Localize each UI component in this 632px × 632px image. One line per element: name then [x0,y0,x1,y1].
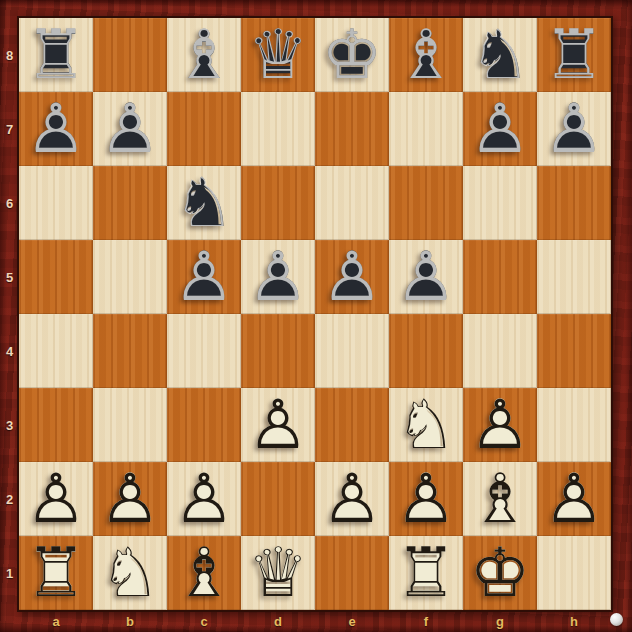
black-pawn[interactable]: ♟♙ [93,92,167,166]
square-f4[interactable] [389,314,463,388]
white-pawn[interactable]: ♟♙ [463,388,537,462]
square-b3[interactable] [93,388,167,462]
black-pawn[interactable]: ♟♙ [241,240,315,314]
square-e5[interactable]: ♟♙ [315,240,389,314]
square-c7[interactable] [167,92,241,166]
file-label-g: g [463,611,537,632]
chess-board: ♜♖♝♗♛♕♚♔♝♗♞♘♜♖♟♙♟♙♟♙♟♙♞♘♟♙♟♙♟♙♟♙♟♙♞♘♟♙♟♙… [19,18,611,610]
file-labels: abcdefgh [19,611,611,632]
white-pawn[interactable]: ♟♙ [315,462,389,536]
square-b7[interactable]: ♟♙ [93,92,167,166]
white-pawn[interactable]: ♟♙ [167,462,241,536]
square-d1[interactable]: ♛♕ [241,536,315,610]
square-e6[interactable] [315,166,389,240]
square-c8[interactable]: ♝♗ [167,18,241,92]
square-g5[interactable] [463,240,537,314]
square-f3[interactable]: ♞♘ [389,388,463,462]
black-pawn[interactable]: ♟♙ [167,240,241,314]
square-h5[interactable] [537,240,611,314]
square-h2[interactable]: ♟♙ [537,462,611,536]
square-d7[interactable] [241,92,315,166]
square-f6[interactable] [389,166,463,240]
rank-label-7: 7 [0,92,19,166]
white-queen[interactable]: ♛♕ [241,536,315,610]
square-c6[interactable]: ♞♘ [167,166,241,240]
square-f5[interactable]: ♟♙ [389,240,463,314]
square-b6[interactable] [93,166,167,240]
square-g2[interactable]: ♝♗ [463,462,537,536]
white-knight[interactable]: ♞♘ [93,536,167,610]
square-g6[interactable] [463,166,537,240]
white-pawn[interactable]: ♟♙ [241,388,315,462]
square-b5[interactable] [93,240,167,314]
square-b8[interactable] [93,18,167,92]
square-e3[interactable] [315,388,389,462]
black-pawn[interactable]: ♟♙ [537,92,611,166]
white-rook[interactable]: ♜♖ [19,536,93,610]
square-c2[interactable]: ♟♙ [167,462,241,536]
rank-label-1: 1 [0,536,19,610]
black-bishop[interactable]: ♝♗ [167,18,241,92]
square-f1[interactable]: ♜♖ [389,536,463,610]
black-rook[interactable]: ♜♖ [537,18,611,92]
white-to-move-indicator [610,613,623,626]
black-knight[interactable]: ♞♘ [167,166,241,240]
square-g8[interactable]: ♞♘ [463,18,537,92]
square-c5[interactable]: ♟♙ [167,240,241,314]
rank-label-8: 8 [0,18,19,92]
square-d5[interactable]: ♟♙ [241,240,315,314]
file-label-b: b [93,611,167,632]
square-d3[interactable]: ♟♙ [241,388,315,462]
square-h1[interactable] [537,536,611,610]
square-e2[interactable]: ♟♙ [315,462,389,536]
black-pawn[interactable]: ♟♙ [19,92,93,166]
square-f8[interactable]: ♝♗ [389,18,463,92]
square-g1[interactable]: ♚♔ [463,536,537,610]
white-pawn[interactable]: ♟♙ [93,462,167,536]
white-bishop[interactable]: ♝♗ [167,536,241,610]
square-a8[interactable]: ♜♖ [19,18,93,92]
black-knight[interactable]: ♞♘ [463,18,537,92]
black-pawn[interactable]: ♟♙ [315,240,389,314]
square-g7[interactable]: ♟♙ [463,92,537,166]
white-knight[interactable]: ♞♘ [389,388,463,462]
square-c4[interactable] [167,314,241,388]
white-bishop[interactable]: ♝♗ [463,462,537,536]
square-h6[interactable] [537,166,611,240]
square-d4[interactable] [241,314,315,388]
square-h8[interactable]: ♜♖ [537,18,611,92]
black-rook[interactable]: ♜♖ [19,18,93,92]
file-label-f: f [389,611,463,632]
file-label-e: e [315,611,389,632]
rank-label-5: 5 [0,240,19,314]
black-queen[interactable]: ♛♕ [241,18,315,92]
rank-label-3: 3 [0,388,19,462]
square-h4[interactable] [537,314,611,388]
square-b2[interactable]: ♟♙ [93,462,167,536]
white-pawn[interactable]: ♟♙ [389,462,463,536]
rank-labels: 87654321 [0,18,19,610]
square-f2[interactable]: ♟♙ [389,462,463,536]
square-d6[interactable] [241,166,315,240]
black-bishop[interactable]: ♝♗ [389,18,463,92]
square-e8[interactable]: ♚♔ [315,18,389,92]
square-h7[interactable]: ♟♙ [537,92,611,166]
file-label-h: h [537,611,611,632]
square-a5[interactable] [19,240,93,314]
square-e1[interactable] [315,536,389,610]
white-pawn[interactable]: ♟♙ [537,462,611,536]
black-pawn[interactable]: ♟♙ [463,92,537,166]
square-a4[interactable] [19,314,93,388]
square-b4[interactable] [93,314,167,388]
file-label-d: d [241,611,315,632]
square-e7[interactable] [315,92,389,166]
white-pawn[interactable]: ♟♙ [19,462,93,536]
square-a7[interactable]: ♟♙ [19,92,93,166]
square-a3[interactable] [19,388,93,462]
square-e4[interactable] [315,314,389,388]
rank-label-4: 4 [0,314,19,388]
white-rook[interactable]: ♜♖ [389,536,463,610]
black-pawn[interactable]: ♟♙ [389,240,463,314]
square-g3[interactable]: ♟♙ [463,388,537,462]
white-king[interactable]: ♚♔ [463,536,537,610]
square-b1[interactable]: ♞♘ [93,536,167,610]
square-a6[interactable] [19,166,93,240]
square-a2[interactable]: ♟♙ [19,462,93,536]
file-label-a: a [19,611,93,632]
square-g4[interactable] [463,314,537,388]
square-d8[interactable]: ♛♕ [241,18,315,92]
square-h3[interactable] [537,388,611,462]
square-c3[interactable] [167,388,241,462]
file-label-c: c [167,611,241,632]
rank-label-2: 2 [0,462,19,536]
black-king[interactable]: ♚♔ [315,18,389,92]
square-d2[interactable] [241,462,315,536]
chess-board-frame: ♜♖♝♗♛♕♚♔♝♗♞♘♜♖♟♙♟♙♟♙♟♙♞♘♟♙♟♙♟♙♟♙♟♙♞♘♟♙♟♙… [0,0,632,632]
square-c1[interactable]: ♝♗ [167,536,241,610]
rank-label-6: 6 [0,166,19,240]
square-a1[interactable]: ♜♖ [19,536,93,610]
square-f7[interactable] [389,92,463,166]
